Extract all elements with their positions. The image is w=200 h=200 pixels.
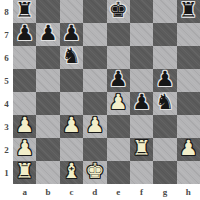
piece-black-knight[interactable]: ♞: [62, 46, 81, 67]
piece-black-rook[interactable]: ♜: [15, 0, 34, 21]
square-d5[interactable]: [83, 69, 106, 92]
square-c5[interactable]: [60, 69, 83, 92]
piece-white-pawn[interactable]: ♟: [62, 115, 81, 136]
piece-white-pawn[interactable]: ♟: [15, 115, 34, 136]
square-g6[interactable]: [153, 46, 176, 69]
piece-white-pawn[interactable]: ♟: [179, 138, 198, 159]
square-h6[interactable]: [177, 46, 200, 69]
square-g1[interactable]: [153, 161, 176, 184]
square-b1[interactable]: [36, 161, 59, 184]
piece-black-rook[interactable]: ♜: [179, 0, 198, 21]
file-label-g: g: [153, 184, 176, 200]
square-a7[interactable]: ♟: [13, 23, 36, 46]
file-label-c: c: [60, 184, 83, 200]
square-e2[interactable]: [107, 138, 130, 161]
square-c1[interactable]: ♝: [60, 161, 83, 184]
square-h2[interactable]: ♟: [177, 138, 200, 161]
square-h4[interactable]: [177, 92, 200, 115]
square-d8[interactable]: [83, 0, 106, 23]
square-e5[interactable]: ♟: [107, 69, 130, 92]
square-e4[interactable]: ♟: [107, 92, 130, 115]
square-c8[interactable]: [60, 0, 83, 23]
square-b4[interactable]: [36, 92, 59, 115]
rank-label-3: 3: [0, 115, 13, 138]
square-a3[interactable]: ♟: [13, 115, 36, 138]
piece-white-pawn[interactable]: ♟: [109, 92, 128, 113]
square-d4[interactable]: [83, 92, 106, 115]
piece-black-pawn[interactable]: ♟: [62, 23, 81, 44]
square-c4[interactable]: [60, 92, 83, 115]
square-a6[interactable]: [13, 46, 36, 69]
square-b3[interactable]: [36, 115, 59, 138]
rank-label-7: 7: [0, 23, 13, 46]
square-a2[interactable]: ♟: [13, 138, 36, 161]
square-h1[interactable]: [177, 161, 200, 184]
board-grid: ♜♚♜♟♟♟♞♟♟♟♟♞♟♟♟♟♜♟♜♝♚: [13, 0, 200, 184]
rank-label-2: 2: [0, 138, 13, 161]
piece-black-knight[interactable]: ♞: [156, 92, 175, 113]
file-label-b: b: [36, 184, 59, 200]
square-a5[interactable]: [13, 69, 36, 92]
piece-black-pawn[interactable]: ♟: [39, 23, 58, 44]
rank-labels: 87654321: [0, 0, 13, 184]
rank-label-6: 6: [0, 46, 13, 69]
file-label-a: a: [13, 184, 36, 200]
piece-white-king[interactable]: ♚: [85, 161, 104, 182]
file-label-e: e: [107, 184, 130, 200]
piece-black-pawn[interactable]: ♟: [132, 92, 151, 113]
piece-white-pawn[interactable]: ♟: [85, 115, 104, 136]
piece-black-pawn[interactable]: ♟: [156, 69, 175, 90]
piece-white-pawn[interactable]: ♟: [15, 138, 34, 159]
rank-label-8: 8: [0, 0, 13, 23]
rank-label-4: 4: [0, 92, 13, 115]
square-h7[interactable]: [177, 23, 200, 46]
square-c6[interactable]: ♞: [60, 46, 83, 69]
square-a8[interactable]: ♜: [13, 0, 36, 23]
square-f5[interactable]: [130, 69, 153, 92]
file-label-f: f: [130, 184, 153, 200]
square-g7[interactable]: [153, 23, 176, 46]
square-h8[interactable]: ♜: [177, 0, 200, 23]
piece-white-rook[interactable]: ♜: [15, 161, 34, 182]
square-g4[interactable]: ♞: [153, 92, 176, 115]
square-f1[interactable]: [130, 161, 153, 184]
square-c2[interactable]: [60, 138, 83, 161]
rank-label-1: 1: [0, 161, 13, 184]
square-g3[interactable]: [153, 115, 176, 138]
chess-board-diagram: 87654321 ♜♚♜♟♟♟♞♟♟♟♟♞♟♟♟♟♜♟♜♝♚ abcdefgh: [0, 0, 200, 200]
square-h3[interactable]: [177, 115, 200, 138]
rank-label-5: 5: [0, 69, 13, 92]
square-e3[interactable]: [107, 115, 130, 138]
square-f6[interactable]: [130, 46, 153, 69]
square-f2[interactable]: ♜: [130, 138, 153, 161]
square-f8[interactable]: [130, 0, 153, 23]
square-d3[interactable]: ♟: [83, 115, 106, 138]
square-e7[interactable]: [107, 23, 130, 46]
square-e6[interactable]: [107, 46, 130, 69]
piece-black-pawn[interactable]: ♟: [15, 23, 34, 44]
square-e1[interactable]: [107, 161, 130, 184]
square-b2[interactable]: [36, 138, 59, 161]
square-c7[interactable]: ♟: [60, 23, 83, 46]
piece-black-pawn[interactable]: ♟: [109, 69, 128, 90]
piece-black-king[interactable]: ♚: [109, 0, 128, 21]
square-d1[interactable]: ♚: [83, 161, 106, 184]
file-labels: abcdefgh: [13, 184, 200, 200]
square-f3[interactable]: [130, 115, 153, 138]
square-a4[interactable]: [13, 92, 36, 115]
square-f7[interactable]: [130, 23, 153, 46]
square-h5[interactable]: [177, 69, 200, 92]
square-g5[interactable]: ♟: [153, 69, 176, 92]
square-b8[interactable]: [36, 0, 59, 23]
square-g2[interactable]: [153, 138, 176, 161]
square-d2[interactable]: [83, 138, 106, 161]
square-c3[interactable]: ♟: [60, 115, 83, 138]
square-f4[interactable]: ♟: [130, 92, 153, 115]
square-g8[interactable]: [153, 0, 176, 23]
file-label-d: d: [83, 184, 106, 200]
square-b6[interactable]: [36, 46, 59, 69]
square-d6[interactable]: [83, 46, 106, 69]
square-b5[interactable]: [36, 69, 59, 92]
piece-white-rook[interactable]: ♜: [132, 138, 151, 159]
square-e8[interactable]: ♚: [107, 0, 130, 23]
square-b7[interactable]: ♟: [36, 23, 59, 46]
piece-white-bishop[interactable]: ♝: [62, 161, 81, 182]
square-d7[interactable]: [83, 23, 106, 46]
file-label-h: h: [177, 184, 200, 200]
square-a1[interactable]: ♜: [13, 161, 36, 184]
